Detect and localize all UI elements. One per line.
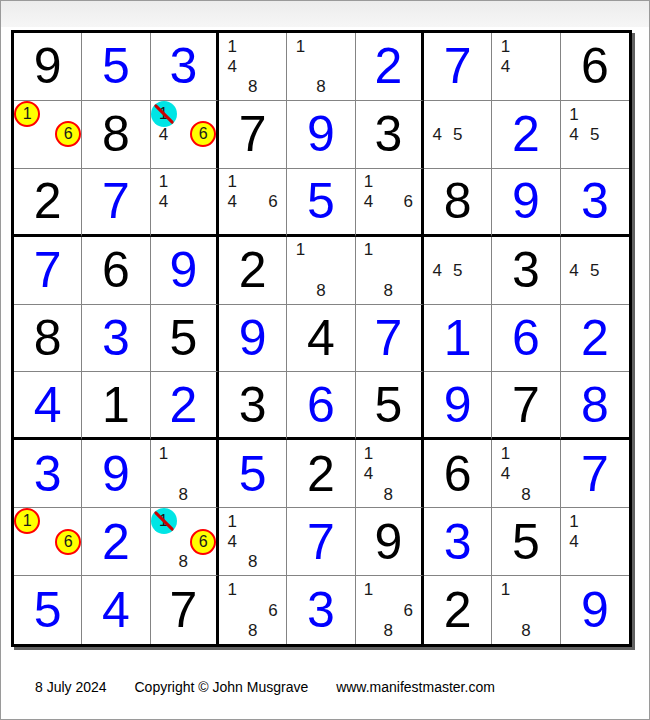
candidate-1: 1 — [227, 581, 236, 598]
candidate-pos-4: 4 — [222, 532, 242, 552]
candidate-pos-6: 6 — [193, 124, 213, 144]
cell-r1c1[interactable]: 9 — [14, 33, 82, 101]
candidate-8: 8 — [179, 486, 188, 503]
candidate-grid: 148 — [219, 508, 286, 575]
candidate-pos-8: 8 — [242, 552, 262, 572]
given-digit: 8 — [424, 169, 491, 234]
candidate-pos-8: 8 — [311, 77, 331, 97]
candidate-1: 1 — [227, 173, 236, 190]
candidate-4: 4 — [227, 193, 236, 210]
header-band — [1, 1, 649, 27]
circled-candidate-1: 1 — [14, 101, 40, 127]
given-digit: 8 — [14, 305, 81, 372]
candidate-8: 8 — [384, 282, 393, 299]
circled-candidate-1: 1 — [14, 508, 40, 534]
solved-digit: 3 — [424, 508, 491, 575]
candidate-1: 1 — [364, 445, 373, 462]
cell-r8c2[interactable]: 2 — [82, 508, 150, 576]
cell-r3c4[interactable]: 146 — [219, 169, 287, 237]
given-digit: 3 — [356, 101, 421, 168]
candidate-5: 5 — [590, 126, 599, 143]
footer-date: 8 July 2024 — [35, 679, 107, 695]
candidate-pos-1: 1 — [359, 579, 379, 600]
candidate-grid: 146 — [219, 169, 286, 234]
solved-digit: 9 — [287, 101, 354, 168]
candidate-pos-4: 4 — [154, 191, 174, 211]
candidate-grid: 148 — [356, 440, 421, 507]
circled-candidate-6: 6 — [55, 121, 81, 147]
solved-digit: 7 — [356, 305, 421, 372]
candidate-8: 8 — [248, 553, 257, 570]
candidate-grid: 146 — [151, 101, 216, 168]
candidate-pos-1: 1 — [222, 36, 242, 56]
candidate-pos-1: 1 — [495, 579, 515, 600]
circled-candidate-6: 6 — [55, 529, 81, 555]
cell-r6c2[interactable]: 1 — [82, 372, 150, 440]
candidate-grid: 18 — [356, 237, 421, 304]
candidate-pos-4: 4 — [495, 464, 515, 484]
candidate-grid: 16 — [14, 101, 81, 168]
candidate-pos-1: 1 — [290, 36, 310, 56]
cell-r5c7[interactable]: 1 — [424, 305, 492, 373]
candidate-pos-1: 1 — [17, 104, 37, 124]
cell-r7c2[interactable]: 9 — [82, 440, 150, 508]
solved-digit: 9 — [219, 305, 286, 372]
candidate-pos-1: 1 — [222, 511, 242, 531]
candidate-pos-8: 8 — [242, 77, 262, 97]
cell-r9c3[interactable]: 7 — [151, 576, 219, 644]
candidate-grid: 14 — [561, 508, 629, 575]
given-digit: 6 — [561, 33, 629, 100]
cell-r1c4[interactable]: 148 — [219, 33, 287, 101]
solved-digit: 3 — [151, 33, 216, 100]
cell-r2c6[interactable]: 3 — [356, 101, 424, 169]
candidate-pos-4: 4 — [222, 56, 242, 76]
footer: 8 July 2024 Copyright © John Musgrave ww… — [35, 679, 519, 695]
given-digit: 8 — [82, 101, 149, 168]
cell-r6c3[interactable]: 2 — [151, 372, 219, 440]
cell-r3c3[interactable]: 14 — [151, 169, 219, 237]
candidate-pos-5: 5 — [584, 260, 605, 280]
cell-r3c5[interactable]: 5 — [287, 169, 355, 237]
cell-r4c6[interactable]: 18 — [356, 237, 424, 305]
given-digit: 1 — [82, 372, 149, 437]
solved-digit: 9 — [424, 372, 491, 437]
cell-r8c6[interactable]: 9 — [356, 508, 424, 576]
solved-digit: 5 — [219, 440, 286, 507]
cell-r3c8[interactable]: 9 — [492, 169, 560, 237]
solved-digit: 9 — [151, 237, 216, 304]
candidate-pos-6: 6 — [398, 600, 418, 621]
candidate-pos-4: 4 — [427, 124, 447, 144]
candidate-1: 1 — [227, 513, 236, 530]
candidate-grid: 186 — [151, 508, 216, 575]
candidate-4: 4 — [159, 126, 168, 143]
solved-digit: 7 — [82, 169, 149, 234]
candidate-grid: 45 — [424, 101, 491, 168]
candidate-pos-4: 4 — [222, 191, 242, 211]
candidate-pos-4: 4 — [564, 124, 585, 144]
cell-r9c7[interactable]: 2 — [424, 576, 492, 644]
cell-r3c6[interactable]: 146 — [356, 169, 424, 237]
candidate-4: 4 — [432, 262, 441, 279]
cell-r6c4[interactable]: 3 — [219, 372, 287, 440]
solved-digit: 3 — [561, 169, 629, 234]
cell-r4c5[interactable]: 18 — [287, 237, 355, 305]
candidate-grid: 168 — [219, 576, 286, 644]
solved-digit: 2 — [356, 33, 421, 100]
cell-r3c7[interactable]: 8 — [424, 169, 492, 237]
candidate-pos-8: 8 — [516, 484, 536, 504]
cell-r1c2[interactable]: 5 — [82, 33, 150, 101]
candidate-pos-5: 5 — [447, 260, 467, 280]
candidate-6: 6 — [403, 193, 412, 210]
cell-r4c9[interactable]: 45 — [561, 237, 629, 305]
candidate-8: 8 — [248, 78, 257, 95]
cell-r8c1[interactable]: 16 — [14, 508, 82, 576]
cell-r8c4[interactable]: 148 — [219, 508, 287, 576]
candidate-pos-8: 8 — [311, 280, 331, 300]
given-digit: 4 — [287, 305, 354, 372]
given-digit: 7 — [219, 101, 286, 168]
candidate-grid: 168 — [356, 576, 421, 644]
candidate-1: 1 — [364, 241, 373, 258]
candidate-grid: 45 — [561, 237, 629, 304]
cell-r6c5[interactable]: 6 — [287, 372, 355, 440]
candidate-pos-1: 1 — [359, 443, 379, 463]
cell-r9c9[interactable]: 9 — [561, 576, 629, 644]
candidate-4: 4 — [501, 58, 510, 75]
cell-r6c1[interactable]: 4 — [14, 372, 82, 440]
candidate-grid: 16 — [14, 508, 81, 575]
candidate-grid: 14 — [151, 169, 216, 234]
candidate-pos-6: 6 — [263, 600, 283, 621]
candidate-grid: 18 — [492, 576, 559, 644]
candidate-pos-4: 4 — [154, 124, 174, 144]
candidate-4: 4 — [569, 262, 578, 279]
cell-r8c3[interactable]: 186 — [151, 508, 219, 576]
solved-digit: 7 — [561, 440, 629, 507]
candidate-grid: 45 — [424, 237, 491, 304]
candidate-6: 6 — [268, 602, 277, 619]
cell-r9c6[interactable]: 168 — [356, 576, 424, 644]
given-digit: 7 — [151, 576, 216, 644]
cell-r5c4[interactable]: 9 — [219, 305, 287, 373]
candidate-pos-1: 1 — [154, 104, 174, 124]
given-digit: 6 — [82, 237, 149, 304]
cell-r7c7[interactable]: 6 — [424, 440, 492, 508]
solved-digit: 5 — [14, 576, 81, 644]
candidate-pos-1: 1 — [495, 443, 515, 463]
given-digit: 6 — [424, 440, 491, 507]
candidate-grid: 145 — [561, 101, 629, 168]
candidate-pos-1: 1 — [222, 172, 242, 192]
solved-digit: 8 — [561, 372, 629, 437]
solved-digit: 9 — [561, 576, 629, 644]
candidate-1: 1 — [569, 106, 578, 123]
cell-r9c4[interactable]: 168 — [219, 576, 287, 644]
cell-r9c2[interactable]: 4 — [82, 576, 150, 644]
solved-digit: 5 — [287, 169, 354, 234]
given-digit: 5 — [492, 508, 559, 575]
cell-r3c9[interactable]: 3 — [561, 169, 629, 237]
candidate-1: 1 — [159, 173, 168, 190]
cell-r8c9[interactable]: 14 — [561, 508, 629, 576]
solved-digit: 2 — [82, 508, 149, 575]
candidate-pos-4: 4 — [564, 532, 585, 552]
cell-r8c7[interactable]: 3 — [424, 508, 492, 576]
page: 9531481827146168146793452145271414651468… — [0, 0, 650, 720]
solved-digit: 3 — [82, 305, 149, 372]
candidate-pos-8: 8 — [242, 620, 262, 641]
solved-digit: 2 — [151, 372, 216, 437]
candidate-1: 1 — [159, 445, 168, 462]
cell-r2c3[interactable]: 146 — [151, 101, 219, 169]
cell-r9c5[interactable]: 3 — [287, 576, 355, 644]
candidate-pos-4: 4 — [359, 464, 379, 484]
given-digit: 9 — [14, 33, 81, 100]
solved-digit: 9 — [492, 169, 559, 234]
candidate-grid: 18 — [151, 440, 216, 507]
circled-candidate-6: 6 — [190, 529, 216, 555]
candidate-6: 6 — [403, 602, 412, 619]
candidate-pos-5: 5 — [584, 124, 605, 144]
solved-digit: 2 — [561, 305, 629, 372]
candidate-4: 4 — [227, 58, 236, 75]
cell-r1c8[interactable]: 14 — [492, 33, 560, 101]
candidate-1: 1 — [296, 38, 305, 55]
candidate-pos-4: 4 — [359, 191, 379, 211]
solved-digit: 3 — [287, 576, 354, 644]
cell-r6c7[interactable]: 9 — [424, 372, 492, 440]
candidate-1: 1 — [501, 38, 510, 55]
given-digit: 7 — [492, 372, 559, 437]
candidate-8: 8 — [248, 622, 257, 639]
footer-copyright: Copyright © John Musgrave — [135, 679, 309, 695]
given-digit: 2 — [219, 237, 286, 304]
cell-r8c5[interactable]: 7 — [287, 508, 355, 576]
solved-digit: 4 — [82, 576, 149, 644]
footer-website: www.manifestmaster.com — [336, 679, 495, 695]
candidate-pos-4: 4 — [427, 260, 447, 280]
solved-digit: 6 — [287, 372, 354, 437]
given-digit: 3 — [492, 237, 559, 304]
candidate-1: 1 — [364, 581, 373, 598]
cell-r7c6[interactable]: 148 — [356, 440, 424, 508]
solved-digit: 9 — [82, 440, 149, 507]
cell-r2c2[interactable]: 8 — [82, 101, 150, 169]
solved-digit: 7 — [424, 33, 491, 100]
candidate-6: 6 — [268, 193, 277, 210]
candidate-grid: 18 — [287, 237, 354, 304]
candidate-pos-1: 1 — [495, 36, 515, 56]
circled-candidate-6: 6 — [190, 121, 216, 147]
candidate-1: 1 — [569, 513, 578, 530]
candidate-grid: 146 — [356, 169, 421, 234]
candidate-pos-1: 1 — [290, 240, 310, 260]
given-digit: 2 — [287, 440, 354, 507]
given-digit: 3 — [219, 372, 286, 437]
candidate-pos-6: 6 — [193, 532, 213, 552]
given-digit: 9 — [356, 508, 421, 575]
candidate-grid: 18 — [287, 33, 354, 100]
solved-digit: 5 — [82, 33, 149, 100]
candidate-pos-8: 8 — [378, 484, 398, 504]
solved-digit: 2 — [492, 101, 559, 168]
solved-digit: 7 — [287, 508, 354, 575]
cell-r4c8[interactable]: 3 — [492, 237, 560, 305]
given-digit: 5 — [151, 305, 216, 372]
cell-r2c4[interactable]: 7 — [219, 101, 287, 169]
cell-r4c7[interactable]: 45 — [424, 237, 492, 305]
cell-r4c2[interactable]: 6 — [82, 237, 150, 305]
candidate-1: 1 — [501, 581, 510, 598]
given-digit: 2 — [14, 169, 81, 234]
cell-r7c5[interactable]: 2 — [287, 440, 355, 508]
candidate-5: 5 — [453, 262, 462, 279]
candidate-1: 1 — [501, 445, 510, 462]
candidate-1: 1 — [227, 38, 236, 55]
cell-r1c5[interactable]: 18 — [287, 33, 355, 101]
candidate-8: 8 — [384, 622, 393, 639]
candidate-4: 4 — [227, 533, 236, 550]
cell-r5c2[interactable]: 3 — [82, 305, 150, 373]
cell-r4c4[interactable]: 2 — [219, 237, 287, 305]
given-digit: 2 — [424, 576, 491, 644]
candidate-grid: 148 — [492, 440, 559, 507]
given-digit: 5 — [356, 372, 421, 437]
candidate-8: 8 — [316, 282, 325, 299]
cell-r3c1[interactable]: 2 — [14, 169, 82, 237]
candidate-5: 5 — [453, 126, 462, 143]
solved-digit: 3 — [14, 440, 81, 507]
cell-r9c8[interactable]: 18 — [492, 576, 560, 644]
cell-r2c5[interactable]: 9 — [287, 101, 355, 169]
candidate-4: 4 — [569, 126, 578, 143]
candidate-4: 4 — [432, 126, 441, 143]
candidate-4: 4 — [501, 465, 510, 482]
candidate-4: 4 — [364, 465, 373, 482]
cell-r1c6[interactable]: 2 — [356, 33, 424, 101]
candidate-pos-4: 4 — [564, 260, 585, 280]
candidate-8: 8 — [316, 78, 325, 95]
cell-r5c5[interactable]: 4 — [287, 305, 355, 373]
cell-r5c8[interactable]: 6 — [492, 305, 560, 373]
candidate-pos-5: 5 — [447, 124, 467, 144]
candidate-grid: 148 — [219, 33, 286, 100]
candidate-pos-8: 8 — [378, 620, 398, 641]
candidate-pos-1: 1 — [154, 443, 174, 463]
cell-r5c6[interactable]: 7 — [356, 305, 424, 373]
candidate-pos-1: 1 — [17, 511, 37, 531]
candidate-8: 8 — [521, 622, 530, 639]
cell-r2c8[interactable]: 2 — [492, 101, 560, 169]
cell-r5c9[interactable]: 2 — [561, 305, 629, 373]
candidate-8: 8 — [179, 553, 188, 570]
cell-r8c8[interactable]: 5 — [492, 508, 560, 576]
cell-r4c1[interactable]: 7 — [14, 237, 82, 305]
solved-digit: 7 — [14, 237, 81, 304]
candidate-pos-1: 1 — [564, 511, 585, 531]
cell-r1c3[interactable]: 3 — [151, 33, 219, 101]
candidate-4: 4 — [364, 193, 373, 210]
solved-digit: 1 — [424, 305, 491, 372]
candidate-pos-1: 1 — [154, 172, 174, 192]
candidate-pos-6: 6 — [58, 124, 78, 144]
candidate-pos-8: 8 — [173, 552, 193, 572]
cell-r2c7[interactable]: 45 — [424, 101, 492, 169]
solved-digit: 6 — [492, 305, 559, 372]
candidate-pos-6: 6 — [263, 191, 283, 211]
cell-r4c3[interactable]: 9 — [151, 237, 219, 305]
sudoku-board: 9531481827146168146793452145271414651468… — [11, 30, 632, 647]
cell-r5c3[interactable]: 5 — [151, 305, 219, 373]
candidate-pos-6: 6 — [398, 191, 418, 211]
candidate-pos-1: 1 — [564, 104, 585, 124]
candidate-pos-8: 8 — [173, 484, 193, 504]
candidate-pos-6: 6 — [58, 532, 78, 552]
candidate-pos-4: 4 — [495, 56, 515, 76]
candidate-1: 1 — [364, 173, 373, 190]
candidate-8: 8 — [384, 486, 393, 503]
cell-r2c1[interactable]: 16 — [14, 101, 82, 169]
solved-digit: 4 — [14, 372, 81, 437]
cell-r1c9[interactable]: 6 — [561, 33, 629, 101]
cell-r7c1[interactable]: 3 — [14, 440, 82, 508]
cell-r6c9[interactable]: 8 — [561, 372, 629, 440]
candidate-pos-1: 1 — [222, 579, 242, 600]
cell-r7c3[interactable]: 18 — [151, 440, 219, 508]
cell-r7c8[interactable]: 148 — [492, 440, 560, 508]
cell-r1c7[interactable]: 7 — [424, 33, 492, 101]
cell-r6c6[interactable]: 5 — [356, 372, 424, 440]
candidate-1: 1 — [296, 241, 305, 258]
candidate-pos-1: 1 — [359, 172, 379, 192]
candidate-grid: 14 — [492, 33, 559, 100]
cell-r9c1[interactable]: 5 — [14, 576, 82, 644]
candidate-4: 4 — [569, 533, 578, 550]
cell-r5c1[interactable]: 8 — [14, 305, 82, 373]
cell-r3c2[interactable]: 7 — [82, 169, 150, 237]
cell-r7c4[interactable]: 5 — [219, 440, 287, 508]
candidate-pos-8: 8 — [516, 620, 536, 641]
cell-r7c9[interactable]: 7 — [561, 440, 629, 508]
candidate-pos-1: 1 — [154, 511, 174, 531]
candidate-4: 4 — [159, 193, 168, 210]
cell-r2c9[interactable]: 145 — [561, 101, 629, 169]
candidate-pos-8: 8 — [378, 280, 398, 300]
candidate-pos-1: 1 — [359, 240, 379, 260]
candidate-8: 8 — [521, 486, 530, 503]
cell-r6c8[interactable]: 7 — [492, 372, 560, 440]
candidate-5: 5 — [590, 262, 599, 279]
